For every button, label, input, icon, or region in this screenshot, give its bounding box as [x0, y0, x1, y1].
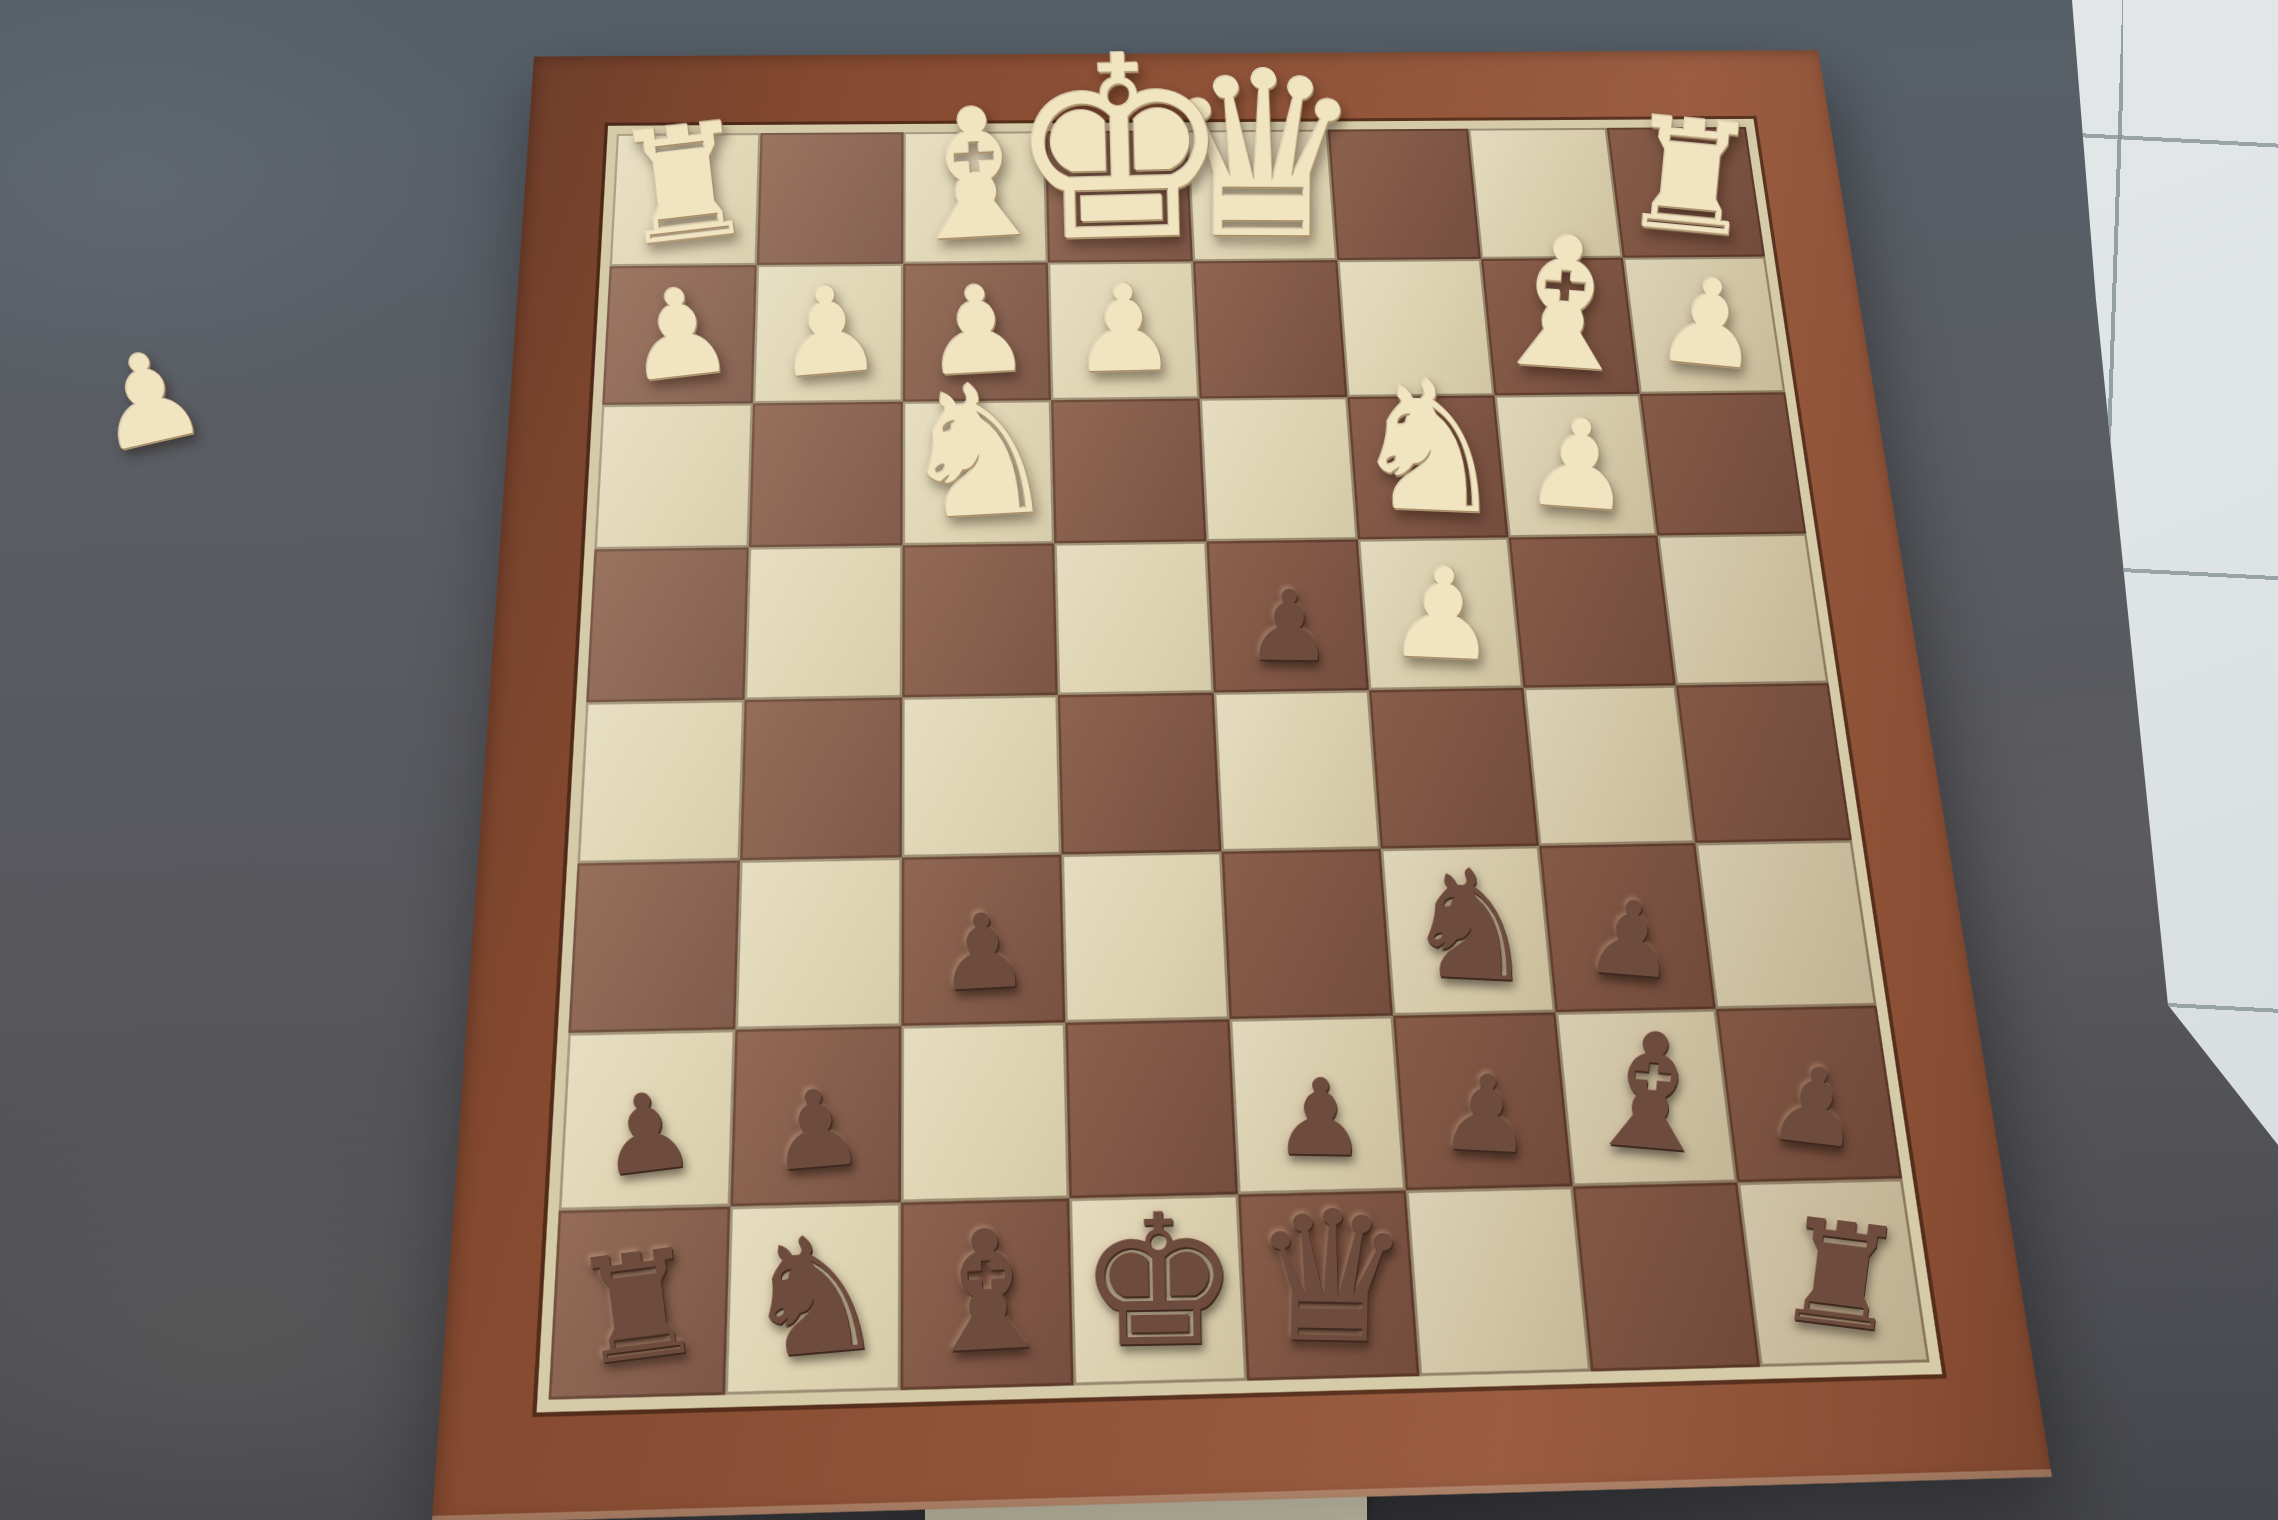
square-f4[interactable]: [902, 544, 1059, 698]
square-a6[interactable]: [1696, 840, 1877, 1008]
square-g6[interactable]: [735, 857, 901, 1029]
white-pawn-g2[interactable]: ♟: [770, 280, 885, 383]
square-e6[interactable]: [1062, 851, 1230, 1022]
white-pawn-a2[interactable]: ♟: [1651, 272, 1766, 374]
square-h5[interactable]: [577, 700, 744, 863]
square-a4[interactable]: [1658, 534, 1829, 686]
square-e5[interactable]: [1058, 693, 1221, 855]
square-c8[interactable]: [1406, 1187, 1591, 1376]
black-pawn-b6[interactable]: ♟: [1582, 896, 1680, 983]
black-pawn-h7[interactable]: ♟: [593, 1087, 698, 1182]
square-b5[interactable]: [1523, 685, 1696, 845]
black-pawn-d4[interactable]: ♟: [1245, 587, 1333, 664]
square-f5[interactable]: [901, 695, 1062, 857]
square-d3[interactable]: [1200, 396, 1358, 541]
square-d6[interactable]: [1221, 848, 1392, 1018]
square-d5[interactable]: [1214, 690, 1381, 851]
black-bishop-b7[interactable]: ♝: [1574, 1025, 1727, 1161]
square-e7[interactable]: [1066, 1018, 1238, 1198]
white-pawn-h2[interactable]: ♟: [620, 280, 738, 386]
black-rook-h8[interactable]: ♜: [567, 1243, 711, 1372]
black-pawn-a7[interactable]: ♟: [1763, 1061, 1866, 1153]
white-knight-c3[interactable]: ♞: [1347, 375, 1513, 521]
white-pawn-c4[interactable]: ♟: [1385, 563, 1501, 665]
square-b4[interactable]: [1508, 536, 1676, 688]
black-knight-c6[interactable]: ♞: [1400, 864, 1541, 988]
white-pawn[interactable]: ♟: [84, 341, 213, 459]
square-b8[interactable]: [1572, 1183, 1760, 1372]
black-pawn-f6[interactable]: ♟: [934, 909, 1031, 995]
square-a5[interactable]: [1676, 683, 1852, 843]
square-f7[interactable]: [900, 1022, 1069, 1203]
square-e4[interactable]: [1055, 542, 1214, 695]
square-g5[interactable]: [740, 697, 902, 860]
black-pawn-g7[interactable]: ♟: [765, 1084, 868, 1175]
black-queen-d8[interactable]: ♛: [1248, 1205, 1413, 1349]
black-king-e8[interactable]: ♚: [1077, 1210, 1242, 1354]
black-knight-g8[interactable]: ♞: [735, 1229, 890, 1367]
square-g1[interactable]: [757, 132, 904, 265]
black-rook-a8[interactable]: ♜: [1769, 1213, 1910, 1339]
white-rook-h1[interactable]: ♜: [608, 116, 761, 253]
square-h3[interactable]: [594, 403, 752, 550]
square-e3[interactable]: [1051, 398, 1206, 544]
white-knight-f3[interactable]: ♞: [893, 378, 1062, 528]
black-pawn-c7[interactable]: ♟: [1436, 1071, 1535, 1158]
square-c5[interactable]: [1369, 688, 1539, 849]
square-g4[interactable]: [744, 546, 902, 700]
square-a3[interactable]: [1640, 392, 1806, 536]
white-pawn-e2[interactable]: ♟: [1070, 281, 1179, 377]
square-h6[interactable]: [568, 860, 739, 1032]
square-g3[interactable]: [749, 401, 903, 547]
white-bishop-f1[interactable]: ♝: [892, 101, 1059, 248]
black-pawn-d7[interactable]: ♟: [1271, 1077, 1367, 1161]
black-bishop-f8[interactable]: ♝: [909, 1223, 1064, 1360]
white-pawn-b3[interactable]: ♟: [1522, 414, 1638, 516]
square-h4[interactable]: [586, 548, 748, 703]
